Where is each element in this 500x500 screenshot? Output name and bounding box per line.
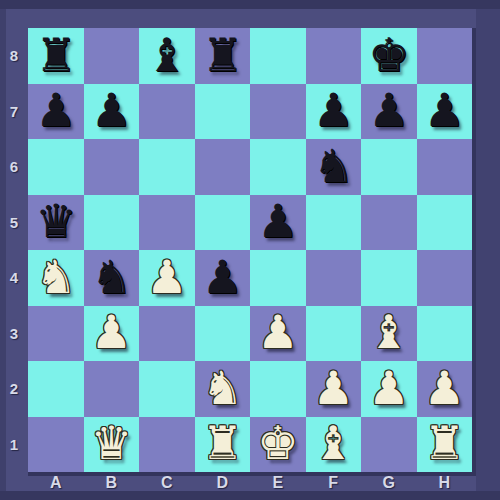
piece-white-rook[interactable]: ♜ (424, 420, 465, 466)
piece-black-king[interactable]: ♚ (368, 32, 409, 78)
square-f5[interactable] (306, 195, 362, 251)
piece-black-pawn[interactable]: ♟ (202, 254, 243, 300)
square-e4[interactable] (250, 250, 306, 306)
piece-black-pawn[interactable]: ♟ (313, 87, 354, 133)
square-h3[interactable] (417, 306, 473, 362)
square-g8[interactable]: ♚ (361, 28, 417, 84)
piece-white-pawn[interactable]: ♟ (424, 365, 465, 411)
square-b2[interactable] (84, 361, 140, 417)
rank-label-1: 1 (0, 417, 28, 473)
square-f3[interactable] (306, 306, 362, 362)
piece-black-rook[interactable]: ♜ (35, 32, 76, 78)
square-a2[interactable] (28, 361, 84, 417)
square-b6[interactable] (84, 139, 140, 195)
piece-white-queen[interactable]: ♛ (91, 420, 132, 466)
square-e3[interactable]: ♟ (250, 306, 306, 362)
square-g5[interactable] (361, 195, 417, 251)
square-h8[interactable] (417, 28, 473, 84)
square-a4[interactable]: ♞ (28, 250, 84, 306)
square-b3[interactable]: ♟ (84, 306, 140, 362)
piece-white-knight[interactable]: ♞ (202, 365, 243, 411)
piece-black-pawn[interactable]: ♟ (424, 87, 465, 133)
file-label-b: B (84, 473, 140, 492)
square-h1[interactable]: ♜ (417, 417, 473, 473)
square-c5[interactable] (139, 195, 195, 251)
square-e8[interactable] (250, 28, 306, 84)
file-label-g: G (361, 473, 417, 492)
window-top-edge (0, 0, 500, 9)
square-b4[interactable]: ♞ (84, 250, 140, 306)
square-e6[interactable] (250, 139, 306, 195)
file-label-f: F (306, 473, 362, 492)
piece-black-rook[interactable]: ♜ (202, 32, 243, 78)
square-f2[interactable]: ♟ (306, 361, 362, 417)
piece-black-pawn[interactable]: ♟ (91, 87, 132, 133)
square-g1[interactable] (361, 417, 417, 473)
piece-white-pawn[interactable]: ♟ (146, 254, 187, 300)
board-right-shadow (476, 9, 500, 491)
piece-black-pawn[interactable]: ♟ (257, 198, 298, 244)
square-b1[interactable]: ♛ (84, 417, 140, 473)
piece-white-pawn[interactable]: ♟ (257, 309, 298, 355)
square-h4[interactable] (417, 250, 473, 306)
piece-white-knight[interactable]: ♞ (35, 254, 76, 300)
piece-white-bishop[interactable]: ♝ (313, 420, 354, 466)
square-d2[interactable]: ♞ (195, 361, 251, 417)
square-a8[interactable]: ♜ (28, 28, 84, 84)
square-g2[interactable]: ♟ (361, 361, 417, 417)
square-g4[interactable] (361, 250, 417, 306)
file-label-d: D (195, 473, 251, 492)
square-c1[interactable] (139, 417, 195, 473)
rank-label-4: 4 (0, 250, 28, 306)
square-b5[interactable] (84, 195, 140, 251)
square-c8[interactable]: ♝ (139, 28, 195, 84)
square-g6[interactable] (361, 139, 417, 195)
square-c3[interactable] (139, 306, 195, 362)
square-e7[interactable] (250, 84, 306, 140)
rank-label-7: 7 (0, 84, 28, 140)
square-f4[interactable] (306, 250, 362, 306)
square-e1[interactable]: ♚ (250, 417, 306, 473)
square-h7[interactable]: ♟ (417, 84, 473, 140)
square-h2[interactable]: ♟ (417, 361, 473, 417)
square-d4[interactable]: ♟ (195, 250, 251, 306)
rank-label-6: 6 (0, 139, 28, 195)
square-c4[interactable]: ♟ (139, 250, 195, 306)
square-a3[interactable] (28, 306, 84, 362)
piece-white-pawn[interactable]: ♟ (313, 365, 354, 411)
square-a6[interactable] (28, 139, 84, 195)
piece-white-bishop[interactable]: ♝ (368, 309, 409, 355)
square-f6[interactable]: ♞ (306, 139, 362, 195)
file-label-c: C (139, 473, 195, 492)
square-g7[interactable]: ♟ (361, 84, 417, 140)
piece-white-rook[interactable]: ♜ (202, 420, 243, 466)
rank-label-5: 5 (0, 195, 28, 251)
square-c2[interactable] (139, 361, 195, 417)
rank-label-3: 3 (0, 306, 28, 362)
square-b8[interactable] (84, 28, 140, 84)
square-a7[interactable]: ♟ (28, 84, 84, 140)
rank-labels: 87654321 (0, 28, 28, 472)
square-d8[interactable]: ♜ (195, 28, 251, 84)
piece-white-king[interactable]: ♚ (257, 420, 298, 466)
square-h6[interactable] (417, 139, 473, 195)
square-d5[interactable] (195, 195, 251, 251)
square-h5[interactable] (417, 195, 473, 251)
rank-label-2: 2 (0, 361, 28, 417)
file-label-e: E (250, 473, 306, 492)
file-label-h: H (417, 473, 473, 492)
file-label-a: A (28, 473, 84, 492)
square-e5[interactable]: ♟ (250, 195, 306, 251)
square-a5[interactable]: ♛ (28, 195, 84, 251)
window-bottom-edge (0, 491, 500, 500)
piece-white-pawn[interactable]: ♟ (368, 365, 409, 411)
piece-black-bishop[interactable]: ♝ (146, 32, 187, 78)
square-b7[interactable]: ♟ (84, 84, 140, 140)
piece-black-pawn[interactable]: ♟ (368, 87, 409, 133)
piece-white-pawn[interactable]: ♟ (91, 309, 132, 355)
square-f1[interactable]: ♝ (306, 417, 362, 473)
piece-black-knight[interactable]: ♞ (313, 143, 354, 189)
square-a1[interactable] (28, 417, 84, 473)
rank-label-8: 8 (0, 28, 28, 84)
file-labels: ABCDEFGH (28, 473, 472, 492)
square-f8[interactable] (306, 28, 362, 84)
square-d7[interactable] (195, 84, 251, 140)
square-c6[interactable] (139, 139, 195, 195)
piece-black-knight[interactable]: ♞ (91, 254, 132, 300)
square-e2[interactable] (250, 361, 306, 417)
chess-board[interactable]: ♜♝♜♚♟♟♟♟♟♞♛♟♞♞♟♟♟♟♝♞♟♟♟♛♜♚♝♜ (28, 28, 476, 476)
square-d3[interactable] (195, 306, 251, 362)
square-f7[interactable]: ♟ (306, 84, 362, 140)
square-d1[interactable]: ♜ (195, 417, 251, 473)
square-c7[interactable] (139, 84, 195, 140)
piece-black-queen[interactable]: ♛ (35, 198, 76, 244)
chess-app-window: ♜♝♜♚♟♟♟♟♟♞♛♟♞♞♟♟♟♟♝♞♟♟♟♛♜♚♝♜ 87654321 AB… (0, 0, 500, 500)
square-g3[interactable]: ♝ (361, 306, 417, 362)
piece-black-pawn[interactable]: ♟ (35, 87, 76, 133)
square-d6[interactable] (195, 139, 251, 195)
